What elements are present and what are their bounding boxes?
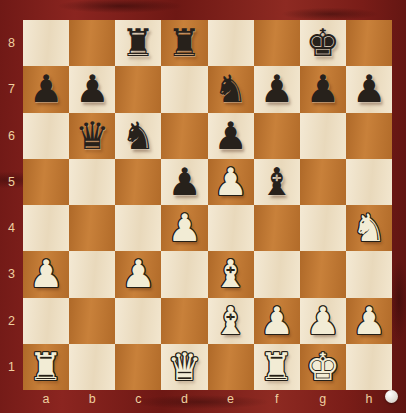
square-d3[interactable] [161, 251, 207, 297]
square-g7[interactable]: ♟ [300, 66, 346, 112]
square-g2[interactable]: ♟ [300, 298, 346, 344]
rank-label-2: 2 [0, 298, 23, 344]
square-b8[interactable] [69, 20, 115, 66]
rank-label-6: 6 [0, 113, 23, 159]
square-e8[interactable] [208, 20, 254, 66]
piece-white-rook[interactable]: ♜ [254, 344, 300, 390]
rank-label-8: 8 [0, 20, 23, 66]
square-d6[interactable] [161, 113, 207, 159]
square-c8[interactable]: ♜ [115, 20, 161, 66]
square-b2[interactable] [69, 298, 115, 344]
square-f6[interactable] [254, 113, 300, 159]
square-b5[interactable] [69, 159, 115, 205]
file-label-c: c [115, 390, 161, 407]
rank-label-7: 7 [0, 66, 23, 112]
square-h4[interactable]: ♞ [346, 205, 392, 251]
piece-white-knight[interactable]: ♞ [346, 205, 392, 251]
square-g4[interactable] [300, 205, 346, 251]
piece-white-pawn[interactable]: ♟ [346, 298, 392, 344]
square-h2[interactable]: ♟ [346, 298, 392, 344]
square-c5[interactable] [115, 159, 161, 205]
piece-black-pawn[interactable]: ♟ [69, 66, 115, 112]
piece-black-rook[interactable]: ♜ [161, 20, 207, 66]
square-a3[interactable]: ♟ [23, 251, 69, 297]
square-h1[interactable] [346, 344, 392, 390]
square-h3[interactable] [346, 251, 392, 297]
rank-label-5: 5 [0, 159, 23, 205]
square-d1[interactable]: ♛ [161, 344, 207, 390]
file-label-d: d [161, 390, 207, 407]
piece-white-bishop[interactable]: ♝ [208, 298, 254, 344]
square-e3[interactable]: ♝ [208, 251, 254, 297]
square-f8[interactable] [254, 20, 300, 66]
square-a6[interactable] [23, 113, 69, 159]
square-a1[interactable]: ♜ [23, 344, 69, 390]
square-h6[interactable] [346, 113, 392, 159]
piece-white-pawn[interactable]: ♟ [115, 251, 161, 297]
square-a7[interactable]: ♟ [23, 66, 69, 112]
square-c7[interactable] [115, 66, 161, 112]
square-g6[interactable] [300, 113, 346, 159]
square-c6[interactable]: ♞ [115, 113, 161, 159]
piece-white-pawn[interactable]: ♟ [161, 205, 207, 251]
square-a8[interactable] [23, 20, 69, 66]
square-f3[interactable] [254, 251, 300, 297]
piece-black-rook[interactable]: ♜ [115, 20, 161, 66]
piece-black-bishop[interactable]: ♝ [254, 159, 300, 205]
square-d2[interactable] [161, 298, 207, 344]
square-b7[interactable]: ♟ [69, 66, 115, 112]
square-b6[interactable]: ♛ [69, 113, 115, 159]
square-a5[interactable] [23, 159, 69, 205]
file-label-b: b [69, 390, 115, 407]
square-c4[interactable] [115, 205, 161, 251]
square-f4[interactable] [254, 205, 300, 251]
file-label-f: f [254, 390, 300, 407]
piece-white-rook[interactable]: ♜ [23, 344, 69, 390]
white-to-move-indicator [385, 390, 398, 403]
piece-black-queen[interactable]: ♛ [69, 113, 115, 159]
square-f1[interactable]: ♜ [254, 344, 300, 390]
piece-black-pawn[interactable]: ♟ [346, 66, 392, 112]
rank-label-1: 1 [0, 344, 23, 390]
square-g5[interactable] [300, 159, 346, 205]
square-c3[interactable]: ♟ [115, 251, 161, 297]
rank-label-4: 4 [0, 205, 23, 251]
rank-labels: 87654321 [0, 20, 23, 390]
piece-white-pawn[interactable]: ♟ [300, 298, 346, 344]
piece-white-pawn[interactable]: ♟ [23, 251, 69, 297]
piece-white-bishop[interactable]: ♝ [208, 251, 254, 297]
square-c1[interactable] [115, 344, 161, 390]
rank-label-3: 3 [0, 251, 23, 297]
square-c2[interactable] [115, 298, 161, 344]
square-e7[interactable]: ♞ [208, 66, 254, 112]
square-e6[interactable]: ♟ [208, 113, 254, 159]
square-h5[interactable] [346, 159, 392, 205]
square-h7[interactable]: ♟ [346, 66, 392, 112]
square-f5[interactable]: ♝ [254, 159, 300, 205]
square-a4[interactable] [23, 205, 69, 251]
square-d5[interactable]: ♟ [161, 159, 207, 205]
file-label-a: a [23, 390, 69, 407]
square-e4[interactable] [208, 205, 254, 251]
square-f2[interactable]: ♟ [254, 298, 300, 344]
board: ♜♜♚♟♟♞♟♟♟♛♞♟♟♟♝♟♞♟♟♝♝♟♟♟♜♛♜♚ [23, 20, 392, 390]
square-e1[interactable] [208, 344, 254, 390]
piece-white-queen[interactable]: ♛ [161, 344, 207, 390]
piece-black-pawn[interactable]: ♟ [23, 66, 69, 112]
square-d7[interactable] [161, 66, 207, 112]
file-label-e: e [208, 390, 254, 407]
square-g1[interactable]: ♚ [300, 344, 346, 390]
square-f7[interactable]: ♟ [254, 66, 300, 112]
piece-black-pawn[interactable]: ♟ [208, 113, 254, 159]
piece-black-pawn[interactable]: ♟ [254, 66, 300, 112]
piece-black-knight[interactable]: ♞ [208, 66, 254, 112]
square-e5[interactable]: ♟ [208, 159, 254, 205]
piece-white-pawn[interactable]: ♟ [208, 159, 254, 205]
square-g8[interactable]: ♚ [300, 20, 346, 66]
square-b1[interactable] [69, 344, 115, 390]
square-h8[interactable] [346, 20, 392, 66]
piece-white-pawn[interactable]: ♟ [254, 298, 300, 344]
piece-black-pawn[interactable]: ♟ [300, 66, 346, 112]
file-label-g: g [300, 390, 346, 407]
square-d4[interactable]: ♟ [161, 205, 207, 251]
square-b3[interactable] [69, 251, 115, 297]
square-e2[interactable]: ♝ [208, 298, 254, 344]
piece-white-king[interactable]: ♚ [300, 344, 346, 390]
board-frame: ♜♜♚♟♟♞♟♟♟♛♞♟♟♟♝♟♞♟♟♝♝♟♟♟♜♛♜♚ 87654321 ab… [0, 0, 406, 413]
square-b4[interactable] [69, 205, 115, 251]
piece-black-knight[interactable]: ♞ [115, 113, 161, 159]
square-a2[interactable] [23, 298, 69, 344]
square-g3[interactable] [300, 251, 346, 297]
piece-black-pawn[interactable]: ♟ [161, 159, 207, 205]
piece-black-king[interactable]: ♚ [300, 20, 346, 66]
file-labels: abcdefgh [23, 390, 392, 407]
square-d8[interactable]: ♜ [161, 20, 207, 66]
